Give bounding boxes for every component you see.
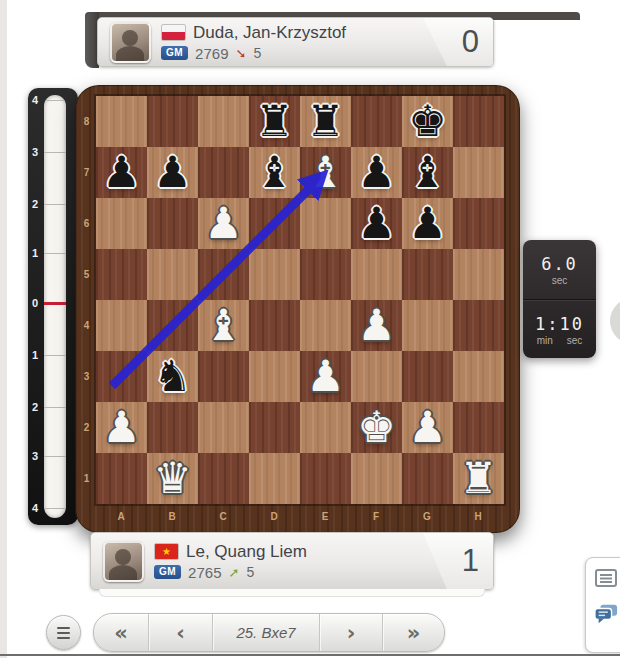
file-label-C: C (198, 506, 249, 528)
menu-icon (57, 627, 70, 629)
square-b2[interactable] (147, 402, 198, 453)
score-zone-white (423, 18, 493, 66)
black-rook-d8: ♜ (249, 96, 300, 147)
square-d8[interactable]: ♜ (249, 96, 300, 147)
square-a8[interactable] (96, 96, 147, 147)
square-e8[interactable]: ♜ (300, 96, 351, 147)
title-badge-white: GM (161, 46, 188, 60)
evaluation-bar: 432101234 (28, 88, 78, 525)
square-a6[interactable] (96, 198, 147, 249)
black-pawn-g6: ♟ (402, 198, 453, 249)
square-d7[interactable]: ♝ (249, 147, 300, 198)
square-c8[interactable] (198, 96, 249, 147)
clock-white-time: 6.0 (541, 254, 578, 274)
square-h3[interactable] (453, 351, 504, 402)
next-move-button[interactable]: › (319, 614, 382, 651)
player-photo-white (110, 22, 151, 63)
file-label-F: F (351, 506, 402, 528)
square-f3[interactable] (351, 351, 402, 402)
eval-tick (44, 204, 66, 205)
rank-label-6: 6 (79, 198, 94, 249)
square-b5[interactable] (147, 249, 198, 300)
file-label-G: G (402, 506, 453, 528)
eval-marker (44, 302, 66, 305)
eval-scale-label: 1 (28, 247, 42, 259)
player-card-white: Duda, Jan-Krzysztof GM 2769 ➘ 5 0 (97, 17, 494, 67)
rating-black: 2765 (188, 564, 221, 581)
white-bishop-c4: ♝ (198, 300, 249, 351)
square-e2[interactable] (300, 402, 351, 453)
square-d4[interactable] (249, 300, 300, 351)
menu-button[interactable] (46, 615, 81, 650)
chess-board: 87654321 ♜♜♚♟♟♝♝♟♝♟♟♟♝♟♞♟♟♚♟♛♜ ABCDEFGH (75, 85, 520, 533)
white-pawn-f4: ♟ (351, 300, 402, 351)
eval-scale-label: 1 (28, 349, 42, 361)
square-f1[interactable] (351, 453, 402, 504)
square-a4[interactable] (96, 300, 147, 351)
clock-panel: 6.0 sec 1:10 min sec (523, 240, 596, 358)
notation-icon (595, 569, 617, 587)
player-name-black: Le, Quang Liem (186, 542, 307, 562)
square-d6[interactable] (249, 198, 300, 249)
eval-scale-label: 0 (28, 297, 42, 309)
white-bishop-e7: ♝ (300, 147, 351, 198)
square-g6[interactable]: ♟ (402, 198, 453, 249)
square-d3[interactable] (249, 351, 300, 402)
rating-trend-up-icon: ➚ (228, 565, 239, 580)
black-bishop-g7: ♝ (402, 147, 453, 198)
eval-scale-label: 4 (28, 94, 42, 106)
eval-scale-label: 3 (28, 450, 42, 462)
rank-labels: 87654321 (79, 96, 94, 504)
square-h4[interactable] (453, 300, 504, 351)
square-b4[interactable] (147, 300, 198, 351)
vietnam-flag-icon: ★ (154, 543, 179, 560)
square-h1[interactable]: ♜ (453, 453, 504, 504)
title-badge-black: GM (154, 565, 181, 579)
black-pawn-b7: ♟ (147, 147, 198, 198)
square-c5[interactable] (198, 249, 249, 300)
black-pawn-f7: ♟ (351, 147, 402, 198)
first-move-button[interactable]: « (94, 614, 148, 651)
current-move-label: 25. Bxe7 (212, 614, 319, 651)
rank-label-4: 4 (79, 300, 94, 351)
square-f4[interactable]: ♟ (351, 300, 402, 351)
score-zone-black (423, 533, 493, 589)
square-d2[interactable] (249, 402, 300, 453)
white-pawn-c6: ♟ (198, 198, 249, 249)
square-e5[interactable] (300, 249, 351, 300)
square-c4[interactable]: ♝ (198, 300, 249, 351)
chat-icon (594, 603, 618, 625)
square-a3[interactable] (96, 351, 147, 402)
square-a2[interactable]: ♟ (96, 402, 147, 453)
rating-trend-value-black: 5 (246, 564, 254, 580)
rank-label-1: 1 (79, 453, 94, 504)
square-e4[interactable] (300, 300, 351, 351)
clock-black: 1:10 min sec (523, 299, 596, 359)
eval-tick (44, 253, 66, 254)
eval-scale-label: 4 (28, 502, 42, 514)
player-name-white: Duda, Jan-Krzysztof (193, 23, 346, 43)
eval-scale-label: 3 (28, 146, 42, 158)
square-c7[interactable] (198, 147, 249, 198)
square-g4[interactable] (402, 300, 453, 351)
square-b6[interactable] (147, 198, 198, 249)
black-bishop-d7: ♝ (249, 147, 300, 198)
eval-tick (44, 456, 66, 457)
square-f5[interactable] (351, 249, 402, 300)
chat-button[interactable] (594, 602, 618, 626)
window-bottom-edge (0, 654, 620, 656)
previous-move-button[interactable]: ‹ (148, 614, 212, 651)
collapsed-panel-handle[interactable] (610, 298, 620, 344)
file-labels: ABCDEFGH (96, 506, 504, 528)
square-d1[interactable] (249, 453, 300, 504)
clock-white-unit: sec (552, 275, 568, 286)
square-e6[interactable] (300, 198, 351, 249)
file-label-H: H (453, 506, 504, 528)
square-h6[interactable] (453, 198, 504, 249)
eval-tick (44, 152, 66, 153)
white-pawn-g2: ♟ (402, 402, 453, 453)
player-card-black: ★ Le, Quang Liem GM 2765 ➚ 5 1 (90, 532, 494, 590)
rank-label-2: 2 (79, 402, 94, 453)
white-king-f2: ♚ (351, 402, 402, 453)
page-edge (0, 0, 7, 658)
evaluation-tube (44, 95, 66, 518)
side-tool-panel (585, 557, 620, 653)
black-rook-e8: ♜ (300, 96, 351, 147)
square-f8[interactable] (351, 96, 402, 147)
eval-scale-label: 2 (28, 401, 42, 413)
square-c1[interactable] (198, 453, 249, 504)
black-pawn-a7: ♟ (96, 147, 147, 198)
square-a7[interactable]: ♟ (96, 147, 147, 198)
square-d5[interactable] (249, 249, 300, 300)
board-grid: ♜♜♚♟♟♝♝♟♝♟♟♟♝♟♞♟♟♚♟♛♜ (96, 96, 504, 504)
black-pawn-f6: ♟ (351, 198, 402, 249)
black-king-g8: ♚ (402, 96, 453, 147)
eval-tick (44, 355, 66, 356)
square-c2[interactable] (198, 402, 249, 453)
square-h7[interactable] (453, 147, 504, 198)
square-g8[interactable]: ♚ (402, 96, 453, 147)
clock-black-unit-min: min (537, 335, 553, 346)
square-g7[interactable]: ♝ (402, 147, 453, 198)
square-h5[interactable] (453, 249, 504, 300)
file-label-B: B (147, 506, 198, 528)
square-g2[interactable]: ♟ (402, 402, 453, 453)
eval-tick (44, 100, 66, 101)
clock-black-time: 1:10 (535, 314, 584, 334)
square-a1[interactable] (96, 453, 147, 504)
notation-button[interactable] (594, 566, 618, 590)
square-f6[interactable]: ♟ (351, 198, 402, 249)
broadcast-screen: Duda, Jan-Krzysztof GM 2769 ➘ 5 0 432101… (0, 0, 620, 658)
square-c6[interactable]: ♟ (198, 198, 249, 249)
rating-white: 2769 (195, 45, 228, 62)
eval-tick (44, 508, 66, 509)
black-knight-b3: ♞ (147, 351, 198, 402)
move-navigation: « ‹ 25. Bxe7 › » (93, 613, 445, 652)
score-black: 1 (462, 543, 479, 579)
rank-label-8: 8 (79, 96, 94, 147)
square-g3[interactable] (402, 351, 453, 402)
square-e3[interactable]: ♟ (300, 351, 351, 402)
square-h2[interactable] (453, 402, 504, 453)
square-f7[interactable]: ♟ (351, 147, 402, 198)
white-pawn-e3: ♟ (300, 351, 351, 402)
square-f2[interactable]: ♚ (351, 402, 402, 453)
poland-flag-icon (161, 24, 186, 41)
square-a5[interactable] (96, 249, 147, 300)
square-g5[interactable] (402, 249, 453, 300)
square-e7[interactable]: ♝ (300, 147, 351, 198)
white-rook-h1: ♜ (453, 453, 504, 504)
white-pawn-a2: ♟ (96, 402, 147, 453)
square-h8[interactable] (453, 96, 504, 147)
white-queen-b1: ♛ (147, 453, 198, 504)
square-b8[interactable] (147, 96, 198, 147)
clock-black-unit-sec: sec (567, 335, 583, 346)
rank-label-7: 7 (79, 147, 94, 198)
square-g1[interactable] (402, 453, 453, 504)
last-move-button[interactable]: » (382, 614, 444, 651)
file-label-E: E (300, 506, 351, 528)
clock-white: 6.0 sec (523, 240, 596, 299)
card-stack-edge (99, 589, 485, 597)
file-label-D: D (249, 506, 300, 528)
eval-scale-label: 2 (28, 198, 42, 210)
square-b1[interactable]: ♛ (147, 453, 198, 504)
square-c3[interactable] (198, 351, 249, 402)
square-b3[interactable]: ♞ (147, 351, 198, 402)
file-label-A: A (96, 506, 147, 528)
rating-trend-value-white: 5 (253, 45, 261, 61)
eval-tick (44, 407, 66, 408)
rank-label-3: 3 (79, 351, 94, 402)
square-b7[interactable]: ♟ (147, 147, 198, 198)
rating-trend-down-icon: ➘ (235, 46, 246, 61)
player-photo-black (103, 541, 144, 582)
score-white: 0 (462, 24, 479, 60)
square-e1[interactable] (300, 453, 351, 504)
rank-label-5: 5 (79, 249, 94, 300)
